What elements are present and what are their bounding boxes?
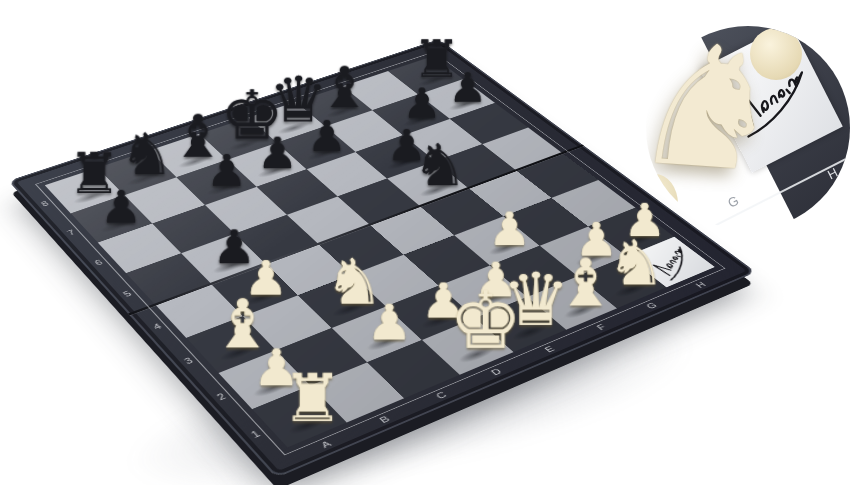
piece-black-pawn[interactable]: ♟	[197, 150, 256, 192]
piece-white-king[interactable]: ♚	[448, 283, 514, 358]
white-knight-icon: ♞	[646, 26, 788, 197]
piece-black-pawn[interactable]: ♟	[248, 133, 306, 174]
piece-white-pawn[interactable]: ♟	[479, 207, 541, 251]
product-photo-canvas: ♜♞♝♚♛♝♜♟♟♟♟♟♟♟♟♞♟♝♞♟♟♟♟♟♟♟♜♚♛♝♞ 87654321…	[0, 0, 850, 485]
square-a1[interactable]: ♜	[252, 385, 346, 447]
piece-black-pawn[interactable]: ♟	[394, 84, 450, 124]
square-d1[interactable]: ♚	[422, 318, 514, 375]
piece-white-rook[interactable]: ♜	[278, 367, 347, 430]
piece-black-pawn[interactable]: ♟	[298, 116, 356, 157]
piece-white-pawn[interactable]: ♟	[357, 299, 423, 346]
piece-black-pawn[interactable]: ♟	[91, 186, 152, 229]
piece-black-knight[interactable]: ♞	[410, 138, 469, 193]
magnifier-inset: G H ♞	[646, 26, 850, 230]
piece-black-knight[interactable]: ♞	[117, 127, 176, 182]
